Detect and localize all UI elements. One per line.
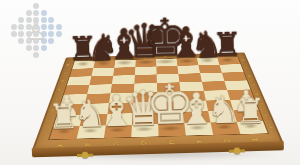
hinge-right-icon [230,147,244,153]
piece-shadow [83,128,99,133]
piece-shadow [134,126,154,132]
piece-shadow [216,124,232,129]
piece-shadow [61,117,73,122]
chess-box: ABCDEFGH ABCDEFGH 87654321 87654321 ♜♞♝♛… [0,0,300,165]
piece-white-queen-d1: ♛ [121,83,166,132]
piece-shadow [178,58,195,63]
piece-shadow [108,127,126,133]
hinge-left-icon [78,152,92,158]
piece-black-king-e8: ♚ [141,12,189,65]
piece-shadow [96,60,111,65]
piece-shadow [221,57,235,62]
piece-shadow [240,112,252,117]
piece-shadow [116,60,133,65]
piece-shadow [57,128,72,133]
piece-shadow [159,125,182,131]
pieces-layer: ♜♞♝♛♚♝♞♜♟♟♜♞♝♛♚♝♞♜ [0,0,300,165]
piece-shadow [135,59,154,65]
piece-shadow [199,57,214,62]
product-photo-scene: ♙ ABCDEFGH ABCDEFGH 87654321 87654321 ♜♞… [0,0,300,165]
piece-shadow [76,61,90,66]
piece-black-queen-d8: ♛ [123,18,165,65]
piece-white-king-e1: ♚ [145,76,195,132]
piece-shadow [188,125,206,131]
piece-shadow [243,123,258,128]
piece-shadow [155,58,177,64]
